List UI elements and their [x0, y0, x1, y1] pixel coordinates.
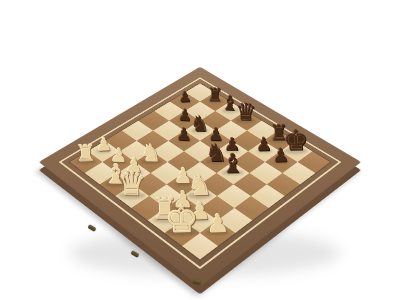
hinge-icon — [88, 224, 97, 232]
black-p-a7[interactable]: ♟ — [178, 89, 191, 104]
chess-photo-scene: ♜♝♛♜♚♟♟♟♟♞♟♟♟♞♝♞♟♞♟♟♟♟♟♟♜♝♛♜♚ — [0, 0, 400, 300]
white-r-a1[interactable]: ♜ — [75, 142, 97, 166]
white-p-h2[interactable]: ♟ — [206, 211, 230, 237]
black-p-f7[interactable]: ♟ — [256, 136, 272, 154]
white-p-a2[interactable]: ♟ — [95, 135, 112, 154]
white-n-c3[interactable]: ♞ — [140, 141, 162, 166]
white-q-d1[interactable]: ♛ — [117, 168, 146, 201]
white-k-g1[interactable]: ♚ — [165, 200, 200, 239]
black-n-c6[interactable]: ♞ — [190, 112, 209, 134]
black-b-f5[interactable]: ♝ — [221, 150, 245, 176]
black-q-d8[interactable]: ♛ — [236, 100, 257, 124]
black-p-g7[interactable]: ♟ — [273, 146, 290, 165]
black-p-c5[interactable]: ♟ — [176, 126, 192, 144]
